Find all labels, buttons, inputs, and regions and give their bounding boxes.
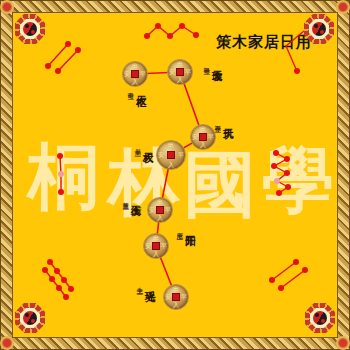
coin-character: 安	[149, 207, 155, 213]
dipper-diagram: 桐 林 國 學 策木家居日用 出入平安主司命天枢出入平安主司禄天璇出入平安主禄存…	[0, 0, 350, 350]
coin-square-hole	[199, 133, 207, 141]
coin-character: 出	[132, 63, 138, 69]
coin-character: 安	[145, 243, 151, 249]
coin-character: 入	[132, 79, 138, 85]
coin-character: 入	[200, 142, 206, 148]
star-name: 瑶光	[145, 282, 156, 284]
frame-rosette-icon	[336, 0, 350, 14]
star-note: 主文昌	[134, 144, 141, 146]
star-name: 玉衡	[131, 197, 142, 199]
coin-character: 入	[177, 77, 183, 83]
coin-square-hole	[152, 242, 160, 250]
star-label: 主文昌天权	[134, 144, 154, 146]
coin-character: 出	[157, 199, 163, 205]
coin-square-hole	[131, 70, 139, 78]
coin-character: 平	[181, 294, 187, 300]
bagua-emblem-top-left	[15, 14, 45, 44]
watermark-char: 國	[184, 148, 256, 220]
taijitu-icon	[313, 311, 327, 325]
coin-character: 平	[161, 243, 167, 249]
star-label: 主上生瑶光	[136, 282, 156, 284]
coin-character: 平	[140, 71, 146, 77]
star-label: 主益算玉衡	[122, 197, 142, 199]
star-coin: 出入平安	[190, 124, 216, 150]
bagua-emblem-bottom-right	[305, 303, 335, 333]
star-name: 天枢	[136, 87, 147, 89]
star-name: 天权	[143, 144, 154, 146]
star-coin: 出入平安	[167, 59, 193, 85]
star-note: 主上生	[136, 282, 143, 284]
coin-character: 安	[165, 294, 171, 300]
star-note: 主司禄	[203, 62, 210, 64]
frame-rosette-icon	[336, 336, 350, 350]
coin-character: 入	[153, 251, 159, 257]
watermark-char: 桐	[28, 140, 100, 212]
star-coin: 出入平安	[143, 233, 169, 259]
coin-square-hole	[176, 68, 184, 76]
coin-character: 平	[208, 134, 214, 140]
star-label: 主度厄开阳	[176, 227, 196, 229]
taijitu-icon	[23, 311, 37, 325]
bagua-inner	[20, 19, 40, 39]
star-note: 主禄存	[214, 120, 221, 122]
coin-character: 入	[173, 302, 179, 308]
taijitu-icon	[312, 22, 326, 36]
coin-character: 安	[158, 152, 164, 158]
coin-character: 入	[157, 215, 163, 221]
watermark-char: 學	[262, 144, 334, 216]
bagua-inner	[309, 19, 329, 39]
coin-character: 安	[169, 69, 175, 75]
star-label: 主禄存天玑	[214, 120, 234, 122]
coin-square-hole	[167, 151, 175, 159]
coin-character: 出	[177, 61, 183, 67]
star-coin: 出入平安	[122, 61, 148, 87]
coin-character: 出	[168, 142, 174, 148]
star-name: 天玑	[223, 120, 234, 122]
star-note: 主度厄	[176, 227, 183, 229]
coin-character: 出	[153, 235, 159, 241]
coin-character: 平	[165, 207, 171, 213]
star-coin: 出入平安	[147, 197, 173, 223]
page-title: 策木家居日用	[216, 33, 312, 52]
bagua-inner	[310, 308, 330, 328]
coin-character: 平	[178, 152, 184, 158]
coin-square-hole	[156, 206, 164, 214]
coin-character: 安	[192, 134, 198, 140]
coin-character: 出	[173, 286, 179, 292]
coin-character: 平	[185, 69, 191, 75]
star-label: 主司命天枢	[127, 87, 147, 89]
star-label: 主司禄天璇	[203, 62, 223, 64]
coin-character: 出	[200, 126, 206, 132]
star-name: 开阳	[185, 227, 196, 229]
bagua-emblem-bottom-left	[15, 303, 45, 333]
bagua-emblem-top-right	[304, 14, 334, 44]
coin-character: 安	[124, 71, 130, 77]
taijitu-icon	[23, 22, 37, 36]
star-coin: 出入平安	[156, 140, 186, 170]
star-coin: 出入平安	[163, 284, 189, 310]
coin-square-hole	[172, 293, 180, 301]
bagua-inner	[20, 308, 40, 328]
star-note: 主益算	[122, 197, 129, 199]
frame-rosette-icon	[0, 336, 14, 350]
star-note: 主司命	[127, 87, 134, 89]
coin-character: 入	[168, 162, 174, 168]
star-name: 天璇	[212, 62, 223, 64]
